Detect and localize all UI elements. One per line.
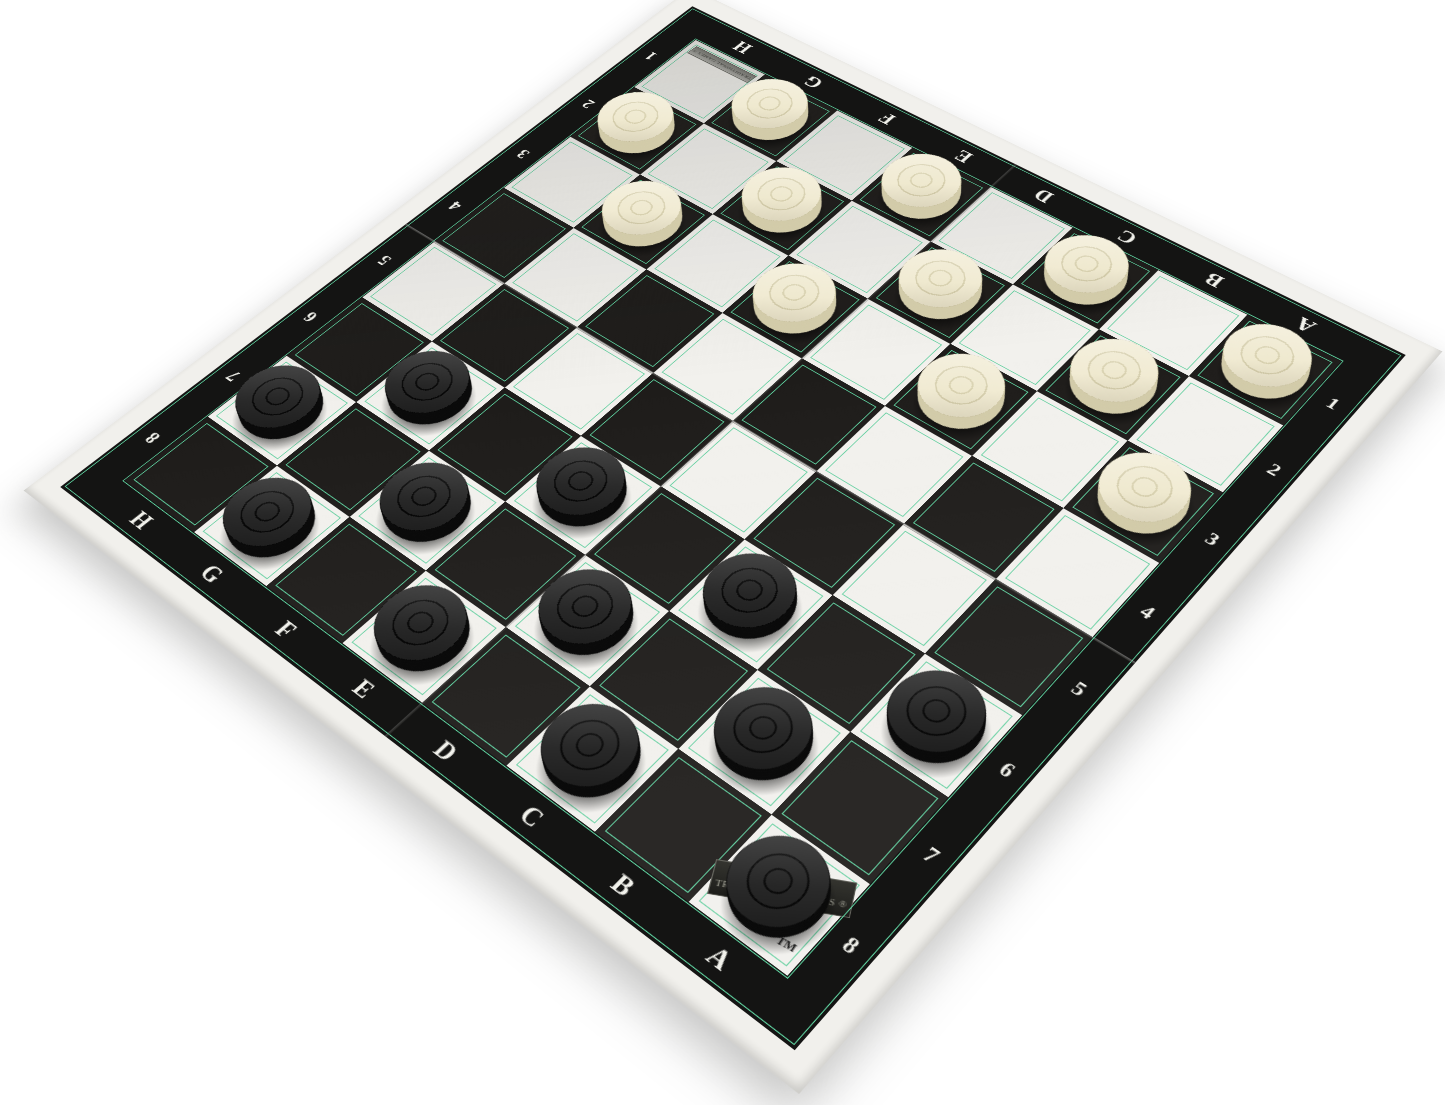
coordinate-band: TRADITIONAL GAMES ®DELUXETRADITIONAL GAM… — [60, 6, 1406, 1050]
product-photo-stage: TRADITIONAL GAMES ®DELUXETRADITIONAL GAM… — [0, 0, 1445, 1105]
playing-area: TRADITIONAL GAMES ®DELUXETRADITIONAL GAM… — [125, 40, 1341, 976]
square-d5[interactable] — [661, 421, 817, 539]
checker-black-f7[interactable] — [365, 463, 489, 558]
checkers-board-mat: TRADITIONAL GAMES ®DELUXETRADITIONAL GAM… — [24, 0, 1443, 1094]
perspective-scene: TRADITIONAL GAMES ®DELUXETRADITIONAL GAM… — [0, 0, 1445, 1105]
